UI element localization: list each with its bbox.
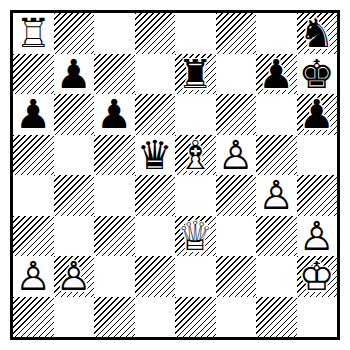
square-b7[interactable]: ♟: [54, 54, 95, 95]
white-pawn-outline-glyph: ♙: [13, 256, 54, 297]
piece-black-pawn[interactable]: ♟: [54, 54, 95, 95]
piece-white-rook[interactable]: ♜♖: [13, 13, 54, 54]
black-king-glyph: ♚: [297, 54, 338, 95]
square-h6[interactable]: ♟: [297, 94, 338, 135]
piece-black-pawn[interactable]: ♟: [297, 94, 338, 135]
square-c5[interactable]: [94, 135, 135, 176]
black-pawn-glyph: ♟: [13, 94, 54, 135]
square-a6[interactable]: ♟: [13, 94, 54, 135]
square-a4[interactable]: [13, 175, 54, 216]
square-h1[interactable]: [297, 297, 338, 338]
square-g3[interactable]: [256, 216, 297, 257]
square-g5[interactable]: [256, 135, 297, 176]
black-pawn-glyph: ♟: [54, 54, 95, 95]
square-f1[interactable]: [216, 297, 257, 338]
piece-white-pawn[interactable]: ♟♙: [297, 216, 338, 257]
black-pawn-glyph: ♟: [94, 94, 135, 135]
square-d4[interactable]: [135, 175, 176, 216]
square-h7[interactable]: ♚: [297, 54, 338, 95]
square-h3[interactable]: ♟♙: [297, 216, 338, 257]
square-d2[interactable]: [135, 256, 176, 297]
square-b2[interactable]: ♟♙: [54, 256, 95, 297]
black-rook-glyph: ♜: [175, 54, 216, 95]
piece-black-queen[interactable]: ♛: [135, 135, 176, 176]
square-e8[interactable]: [175, 13, 216, 54]
piece-black-rook[interactable]: ♜: [175, 54, 216, 95]
square-d5[interactable]: ♛: [135, 135, 176, 176]
square-f8[interactable]: [216, 13, 257, 54]
piece-black-pawn[interactable]: ♟: [94, 94, 135, 135]
square-c7[interactable]: [94, 54, 135, 95]
black-pawn-glyph: ♟: [297, 94, 338, 135]
black-queen-glyph: ♛: [135, 135, 176, 176]
square-e3[interactable]: ♛♕: [175, 216, 216, 257]
piece-black-king[interactable]: ♚: [297, 54, 338, 95]
square-b3[interactable]: [54, 216, 95, 257]
square-c3[interactable]: [94, 216, 135, 257]
square-f3[interactable]: [216, 216, 257, 257]
white-queen-outline-glyph: ♕: [175, 216, 216, 257]
white-pawn-outline-glyph: ♙: [216, 135, 257, 176]
square-e4[interactable]: [175, 175, 216, 216]
square-h8[interactable]: ♞: [297, 13, 338, 54]
square-f2[interactable]: [216, 256, 257, 297]
piece-black-knight[interactable]: ♞: [297, 13, 338, 54]
square-d7[interactable]: [135, 54, 176, 95]
square-a5[interactable]: [13, 135, 54, 176]
square-f7[interactable]: [216, 54, 257, 95]
piece-white-pawn[interactable]: ♟♙: [13, 256, 54, 297]
square-a7[interactable]: [13, 54, 54, 95]
square-a1[interactable]: [13, 297, 54, 338]
square-c1[interactable]: [94, 297, 135, 338]
white-king-outline-glyph: ♔: [297, 256, 338, 297]
chess-diagram-page: ♜♖♞♟♜♟♚♟♟♟♛♝♗♟♙♟♙♛♕♟♙♟♙♟♙♚♔: [0, 0, 350, 350]
square-d1[interactable]: [135, 297, 176, 338]
square-e6[interactable]: [175, 94, 216, 135]
square-d3[interactable]: [135, 216, 176, 257]
square-f4[interactable]: [216, 175, 257, 216]
square-a2[interactable]: ♟♙: [13, 256, 54, 297]
square-h4[interactable]: [297, 175, 338, 216]
square-g7[interactable]: ♟: [256, 54, 297, 95]
white-pawn-outline-glyph: ♙: [297, 216, 338, 257]
chess-board: ♜♖♞♟♜♟♚♟♟♟♛♝♗♟♙♟♙♛♕♟♙♟♙♟♙♚♔: [10, 10, 340, 340]
square-e5[interactable]: ♝♗: [175, 135, 216, 176]
square-d8[interactable]: [135, 13, 176, 54]
square-e1[interactable]: [175, 297, 216, 338]
square-g2[interactable]: [256, 256, 297, 297]
square-b4[interactable]: [54, 175, 95, 216]
square-b8[interactable]: [54, 13, 95, 54]
piece-black-pawn[interactable]: ♟: [256, 54, 297, 95]
piece-white-king[interactable]: ♚♔: [297, 256, 338, 297]
piece-white-pawn[interactable]: ♟♙: [54, 256, 95, 297]
black-pawn-glyph: ♟: [256, 54, 297, 95]
square-c8[interactable]: [94, 13, 135, 54]
square-e2[interactable]: [175, 256, 216, 297]
square-f5[interactable]: ♟♙: [216, 135, 257, 176]
square-a3[interactable]: [13, 216, 54, 257]
square-b6[interactable]: [54, 94, 95, 135]
square-g8[interactable]: [256, 13, 297, 54]
white-pawn-outline-glyph: ♙: [54, 256, 95, 297]
white-pawn-outline-glyph: ♙: [256, 175, 297, 216]
square-a8[interactable]: ♜♖: [13, 13, 54, 54]
square-h2[interactable]: ♚♔: [297, 256, 338, 297]
square-c2[interactable]: [94, 256, 135, 297]
piece-white-pawn[interactable]: ♟♙: [256, 175, 297, 216]
white-rook-outline-glyph: ♖: [13, 13, 54, 54]
square-h5[interactable]: [297, 135, 338, 176]
square-g1[interactable]: [256, 297, 297, 338]
square-e7[interactable]: ♜: [175, 54, 216, 95]
piece-white-bishop[interactable]: ♝♗: [175, 135, 216, 176]
square-b5[interactable]: [54, 135, 95, 176]
piece-black-pawn[interactable]: ♟: [13, 94, 54, 135]
square-c4[interactable]: [94, 175, 135, 216]
piece-white-pawn[interactable]: ♟♙: [216, 135, 257, 176]
square-g6[interactable]: [256, 94, 297, 135]
black-knight-glyph: ♞: [297, 13, 338, 54]
square-f6[interactable]: [216, 94, 257, 135]
square-g4[interactable]: ♟♙: [256, 175, 297, 216]
piece-white-queen[interactable]: ♛♕: [175, 216, 216, 257]
white-bishop-outline-glyph: ♗: [175, 135, 216, 176]
square-c6[interactable]: ♟: [94, 94, 135, 135]
square-b1[interactable]: [54, 297, 95, 338]
square-d6[interactable]: [135, 94, 176, 135]
